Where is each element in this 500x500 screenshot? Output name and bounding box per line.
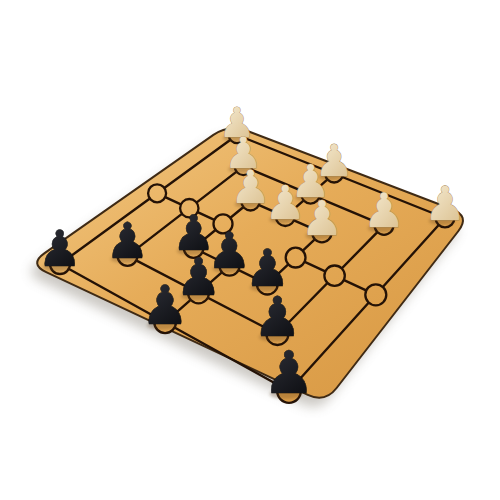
black-pawn-g1[interactable]: ♟ bbox=[263, 338, 316, 407]
black-pawn-a1[interactable]: ♟ bbox=[38, 220, 83, 278]
black-pawn-d1[interactable]: ♟ bbox=[141, 274, 190, 337]
point-f4[interactable] bbox=[324, 266, 344, 286]
white-pawn-g7[interactable]: ♟ bbox=[424, 176, 466, 231]
product-photo-nine-mens-morris: ♟♟♟♟♟♟♟♟♟♟♟♟♟♟♟♟♟♟ bbox=[0, 0, 500, 500]
white-pawn-f6[interactable]: ♟ bbox=[363, 183, 406, 238]
white-pawn-e5[interactable]: ♟ bbox=[300, 190, 343, 246]
morris-board: ♟♟♟♟♟♟♟♟♟♟♟♟♟♟♟♟♟♟ bbox=[0, 0, 500, 500]
point-a4[interactable] bbox=[148, 184, 166, 202]
black-pawn-b2[interactable]: ♟ bbox=[105, 212, 149, 270]
point-g4[interactable] bbox=[365, 284, 386, 305]
